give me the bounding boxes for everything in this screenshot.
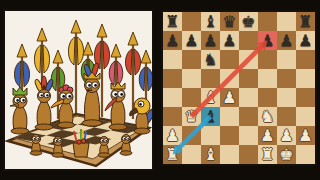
square-e3[interactable]: [239, 107, 258, 126]
white-bishop-c4: ♝: [203, 88, 217, 107]
square-d3[interactable]: [220, 107, 239, 126]
white-pawn-f2: ♟: [260, 126, 274, 145]
square-f8[interactable]: [258, 12, 277, 31]
square-b5[interactable]: [182, 69, 201, 88]
square-c7[interactable]: ♟: [201, 31, 220, 50]
square-a4[interactable]: [163, 88, 182, 107]
square-a1[interactable]: ♜: [163, 145, 182, 164]
square-b4[interactable]: [182, 88, 201, 107]
black-pawn-g7: ♟: [279, 31, 293, 50]
white-rook-a1: ♜: [165, 145, 179, 164]
square-c4[interactable]: ♝: [201, 88, 220, 107]
thumbnail: ♜♝♛♚♜♟♟♟♟♟♟♟♞♝♟♛♝♞♟♟♟♟♜♝♜♚: [0, 0, 320, 180]
square-h8[interactable]: ♜: [296, 12, 315, 31]
square-e5[interactable]: [239, 69, 258, 88]
square-b7[interactable]: ♟: [182, 31, 201, 50]
black-pawn-f7: ♟: [260, 31, 274, 50]
black-pawn-a7: ♟: [165, 31, 179, 50]
square-d4[interactable]: ♟: [220, 88, 239, 107]
black-queen-d8: ♛: [222, 12, 236, 31]
square-f3[interactable]: ♞: [258, 107, 277, 126]
square-b3[interactable]: ♛: [182, 107, 201, 126]
black-rook-h8: ♜: [298, 12, 312, 31]
white-queen-b3: ♛: [184, 107, 198, 126]
white-bishop-c1: ♝: [203, 145, 217, 164]
square-a3[interactable]: [163, 107, 182, 126]
square-d8[interactable]: ♛: [220, 12, 239, 31]
white-king-g1: ♚: [279, 145, 293, 164]
white-knight-f3: ♞: [260, 107, 274, 126]
chess-board[interactable]: ♜♝♛♚♜♟♟♟♟♟♟♟♞♝♟♛♝♞♟♟♟♟♜♝♜♚: [163, 12, 315, 164]
square-h5[interactable]: [296, 69, 315, 88]
square-g8[interactable]: [277, 12, 296, 31]
square-a5[interactable]: [163, 69, 182, 88]
illustration-panel: [3, 9, 154, 171]
square-c8[interactable]: ♝: [201, 12, 220, 31]
square-g1[interactable]: ♚: [277, 145, 296, 164]
square-e8[interactable]: ♚: [239, 12, 258, 31]
square-d2[interactable]: [220, 126, 239, 145]
square-c6[interactable]: ♞: [201, 50, 220, 69]
square-c2[interactable]: [201, 126, 220, 145]
square-f5[interactable]: [258, 69, 277, 88]
square-g5[interactable]: [277, 69, 296, 88]
square-b2[interactable]: [182, 126, 201, 145]
square-b8[interactable]: [182, 12, 201, 31]
square-g2[interactable]: ♟: [277, 126, 296, 145]
square-a6[interactable]: [163, 50, 182, 69]
square-e7[interactable]: [239, 31, 258, 50]
square-g6[interactable]: [277, 50, 296, 69]
square-h4[interactable]: [296, 88, 315, 107]
square-d5[interactable]: [220, 69, 239, 88]
square-f6[interactable]: [258, 50, 277, 69]
chess-board-panel: ♜♝♛♚♜♟♟♟♟♟♟♟♞♝♟♛♝♞♟♟♟♟♜♝♜♚: [161, 10, 317, 166]
square-h6[interactable]: [296, 50, 315, 69]
square-c5[interactable]: [201, 69, 220, 88]
square-a2[interactable]: ♟: [163, 126, 182, 145]
square-a7[interactable]: ♟: [163, 31, 182, 50]
black-knight-c6: ♞: [203, 50, 217, 69]
square-a8[interactable]: ♜: [163, 12, 182, 31]
black-bishop-c8: ♝: [203, 12, 217, 31]
white-pawn-d4: ♟: [222, 88, 236, 107]
white-pawn-a2: ♟: [165, 126, 179, 145]
square-d6[interactable]: [220, 50, 239, 69]
square-b1[interactable]: [182, 145, 201, 164]
cartoon-chess-illustration: [5, 11, 152, 169]
square-b6[interactable]: [182, 50, 201, 69]
square-g4[interactable]: [277, 88, 296, 107]
white-rook-f1: ♜: [260, 145, 274, 164]
square-h7[interactable]: ♟: [296, 31, 315, 50]
square-d1[interactable]: [220, 145, 239, 164]
black-rook-a8: ♜: [165, 12, 179, 31]
white-pawn-h2: ♟: [298, 126, 312, 145]
black-pawn-b7: ♟: [184, 31, 198, 50]
black-king-e8: ♚: [241, 12, 255, 31]
black-pawn-c7: ♟: [203, 31, 217, 50]
square-h3[interactable]: [296, 107, 315, 126]
square-d7[interactable]: ♟: [220, 31, 239, 50]
square-g3[interactable]: [277, 107, 296, 126]
square-f2[interactable]: ♟: [258, 126, 277, 145]
white-pawn-g2: ♟: [279, 126, 293, 145]
square-e4[interactable]: [239, 88, 258, 107]
square-h1[interactable]: [296, 145, 315, 164]
square-e2[interactable]: [239, 126, 258, 145]
square-h2[interactable]: ♟: [296, 126, 315, 145]
square-c1[interactable]: ♝: [201, 145, 220, 164]
square-e6[interactable]: [239, 50, 258, 69]
square-c3[interactable]: ♝: [201, 107, 220, 126]
black-pawn-h7: ♟: [298, 31, 312, 50]
square-f1[interactable]: ♜: [258, 145, 277, 164]
square-e1[interactable]: [239, 145, 258, 164]
black-bishop-c3: ♝: [203, 107, 217, 126]
arrow-cup: [73, 129, 89, 157]
square-f4[interactable]: [258, 88, 277, 107]
square-g7[interactable]: ♟: [277, 31, 296, 50]
square-f7[interactable]: ♟: [258, 31, 277, 50]
black-pawn-d7: ♟: [222, 31, 236, 50]
